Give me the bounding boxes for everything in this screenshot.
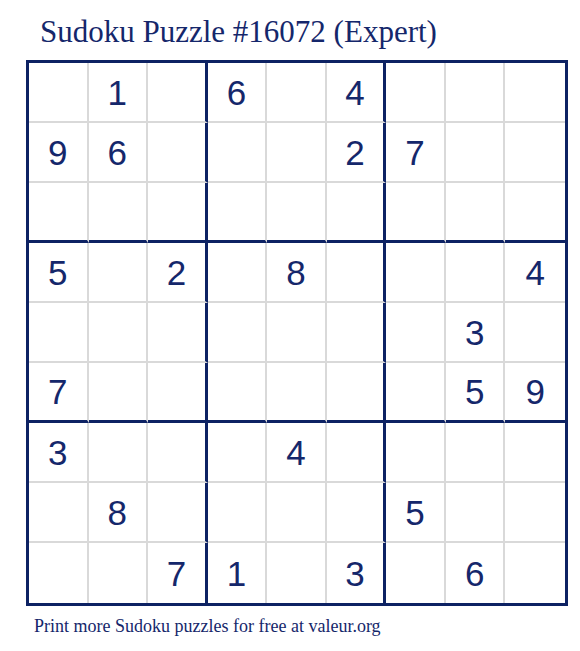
sudoku-cell-r7c5: 4 — [267, 423, 327, 483]
sudoku-cell-r5c9 — [505, 303, 565, 363]
sudoku-cell-r8c1 — [29, 483, 89, 543]
sudoku-cell-r4c2 — [89, 243, 149, 303]
sudoku-cell-r4c5: 8 — [267, 243, 327, 303]
sudoku-cell-r8c2: 8 — [89, 483, 149, 543]
sudoku-cell-r4c9: 4 — [505, 243, 565, 303]
puzzle-title: Sudoku Puzzle #16072 (Expert) — [40, 14, 437, 50]
sudoku-cell-r1c5 — [267, 63, 327, 123]
sudoku-cell-r8c7: 5 — [386, 483, 446, 543]
sudoku-cell-r3c5 — [267, 183, 327, 243]
sudoku-cell-r2c4 — [208, 123, 268, 183]
sudoku-cell-r9c9 — [505, 543, 565, 603]
sudoku-cell-r9c7 — [386, 543, 446, 603]
sudoku-cell-r1c2: 1 — [89, 63, 149, 123]
sudoku-cell-r1c1 — [29, 63, 89, 123]
sudoku-cell-r6c3 — [148, 363, 208, 423]
sudoku-cell-r9c6: 3 — [327, 543, 387, 603]
sudoku-cell-r3c6 — [327, 183, 387, 243]
sudoku-cell-r9c1 — [29, 543, 89, 603]
sudoku-cell-r7c7 — [386, 423, 446, 483]
sudoku-cell-r6c1: 7 — [29, 363, 89, 423]
sudoku-cell-r4c1: 5 — [29, 243, 89, 303]
sudoku-cell-r2c3 — [148, 123, 208, 183]
sudoku-cell-r2c5 — [267, 123, 327, 183]
sudoku-cell-r2c8 — [446, 123, 506, 183]
sudoku-cell-r7c2 — [89, 423, 149, 483]
sudoku-cell-r2c9 — [505, 123, 565, 183]
sudoku-cell-r1c9 — [505, 63, 565, 123]
sudoku-cell-r8c9 — [505, 483, 565, 543]
sudoku-cell-r6c4 — [208, 363, 268, 423]
sudoku-cell-r7c8 — [446, 423, 506, 483]
sudoku-cell-r2c6: 2 — [327, 123, 387, 183]
sudoku-cell-r6c6 — [327, 363, 387, 423]
sudoku-cell-r6c8: 5 — [446, 363, 506, 423]
sudoku-cell-r5c6 — [327, 303, 387, 363]
sudoku-cell-r7c6 — [327, 423, 387, 483]
sudoku-cell-r8c8 — [446, 483, 506, 543]
sudoku-cell-r7c3 — [148, 423, 208, 483]
sudoku-cell-r6c7 — [386, 363, 446, 423]
sudoku-cell-r4c7 — [386, 243, 446, 303]
sudoku-cell-r3c4 — [208, 183, 268, 243]
sudoku-cell-r3c2 — [89, 183, 149, 243]
sudoku-cell-r3c1 — [29, 183, 89, 243]
sudoku-cell-r9c4: 1 — [208, 543, 268, 603]
sudoku-cell-r7c1: 3 — [29, 423, 89, 483]
sudoku-board: 16496275284375934857136 — [26, 60, 568, 606]
sudoku-cell-r8c3 — [148, 483, 208, 543]
sudoku-cell-r4c4 — [208, 243, 268, 303]
sudoku-cell-r9c5 — [267, 543, 327, 603]
sudoku-cell-r9c2 — [89, 543, 149, 603]
sudoku-cell-r5c5 — [267, 303, 327, 363]
sudoku-cell-r4c3: 2 — [148, 243, 208, 303]
footer-text: Print more Sudoku puzzles for free at va… — [34, 616, 381, 637]
sudoku-cell-r3c9 — [505, 183, 565, 243]
sudoku-cell-r5c8: 3 — [446, 303, 506, 363]
sudoku-cell-r6c2 — [89, 363, 149, 423]
sudoku-cell-r8c6 — [327, 483, 387, 543]
sudoku-cell-r1c4: 6 — [208, 63, 268, 123]
sudoku-cell-r6c9: 9 — [505, 363, 565, 423]
sudoku-cell-r8c4 — [208, 483, 268, 543]
sudoku-cell-r5c2 — [89, 303, 149, 363]
sudoku-cell-r5c7 — [386, 303, 446, 363]
sudoku-cell-r5c1 — [29, 303, 89, 363]
sudoku-cell-r7c9 — [505, 423, 565, 483]
sudoku-cell-r2c7: 7 — [386, 123, 446, 183]
sudoku-cell-r3c8 — [446, 183, 506, 243]
sudoku-cell-r1c8 — [446, 63, 506, 123]
sudoku-cell-r1c6: 4 — [327, 63, 387, 123]
sudoku-cell-r2c2: 6 — [89, 123, 149, 183]
sudoku-cell-r9c3: 7 — [148, 543, 208, 603]
sudoku-cell-r3c7 — [386, 183, 446, 243]
sudoku-page: Sudoku Puzzle #16072 (Expert) 1649627528… — [0, 0, 580, 651]
sudoku-cell-r5c3 — [148, 303, 208, 363]
sudoku-cell-r7c4 — [208, 423, 268, 483]
sudoku-cell-r4c6 — [327, 243, 387, 303]
sudoku-cell-r9c8: 6 — [446, 543, 506, 603]
sudoku-cell-r3c3 — [148, 183, 208, 243]
sudoku-cell-r4c8 — [446, 243, 506, 303]
sudoku-cell-r1c3 — [148, 63, 208, 123]
sudoku-cell-r8c5 — [267, 483, 327, 543]
sudoku-cell-r1c7 — [386, 63, 446, 123]
sudoku-cell-r5c4 — [208, 303, 268, 363]
sudoku-cell-r2c1: 9 — [29, 123, 89, 183]
sudoku-cell-r6c5 — [267, 363, 327, 423]
